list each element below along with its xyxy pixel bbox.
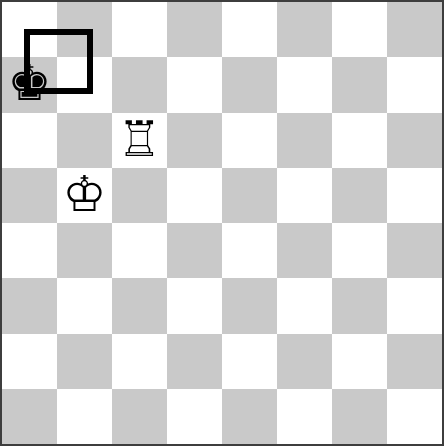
square-e8[interactable] (222, 2, 277, 57)
square-d3[interactable] (167, 278, 222, 333)
square-c1[interactable] (112, 389, 167, 444)
white-king[interactable]: ♔ (63, 170, 107, 219)
chess-board: ♚♖♔ (2, 2, 442, 444)
square-a4[interactable] (2, 223, 57, 278)
square-a6[interactable] (2, 113, 57, 168)
square-e2[interactable] (222, 334, 277, 389)
square-a5[interactable] (2, 168, 57, 223)
square-e1[interactable] (222, 389, 277, 444)
black-king[interactable]: ♚ (8, 59, 52, 108)
square-d4[interactable] (167, 223, 222, 278)
square-c4[interactable] (112, 223, 167, 278)
square-e3[interactable] (222, 278, 277, 333)
square-g7[interactable] (332, 57, 387, 112)
square-f6[interactable] (277, 113, 332, 168)
square-e7[interactable] (222, 57, 277, 112)
square-f2[interactable] (277, 334, 332, 389)
square-c7[interactable] (112, 57, 167, 112)
square-h8[interactable] (387, 2, 442, 57)
square-c8[interactable] (112, 2, 167, 57)
square-b7[interactable] (57, 57, 112, 112)
square-d5[interactable] (167, 168, 222, 223)
square-h7[interactable] (387, 57, 442, 112)
square-b4[interactable] (57, 223, 112, 278)
square-f1[interactable] (277, 389, 332, 444)
square-a7[interactable]: ♚ (2, 57, 57, 112)
square-c2[interactable] (112, 334, 167, 389)
square-f7[interactable] (277, 57, 332, 112)
square-g2[interactable] (332, 334, 387, 389)
square-d6[interactable] (167, 113, 222, 168)
square-g6[interactable] (332, 113, 387, 168)
square-f5[interactable] (277, 168, 332, 223)
chess-board-frame: ♚♖♔ (0, 0, 444, 446)
square-a1[interactable] (2, 389, 57, 444)
square-c5[interactable] (112, 168, 167, 223)
square-d8[interactable] (167, 2, 222, 57)
square-h6[interactable] (387, 113, 442, 168)
square-f8[interactable] (277, 2, 332, 57)
square-a8[interactable] (2, 2, 57, 57)
square-d2[interactable] (167, 334, 222, 389)
square-d1[interactable] (167, 389, 222, 444)
square-c6[interactable]: ♖ (112, 113, 167, 168)
square-a3[interactable] (2, 278, 57, 333)
square-d7[interactable] (167, 57, 222, 112)
square-c3[interactable] (112, 278, 167, 333)
square-h1[interactable] (387, 389, 442, 444)
square-f4[interactable] (277, 223, 332, 278)
square-b1[interactable] (57, 389, 112, 444)
square-g4[interactable] (332, 223, 387, 278)
square-b6[interactable] (57, 113, 112, 168)
square-b8[interactable] (57, 2, 112, 57)
square-g1[interactable] (332, 389, 387, 444)
square-g8[interactable] (332, 2, 387, 57)
square-e4[interactable] (222, 223, 277, 278)
square-g3[interactable] (332, 278, 387, 333)
square-e5[interactable] (222, 168, 277, 223)
square-b5[interactable]: ♔ (57, 168, 112, 223)
square-h5[interactable] (387, 168, 442, 223)
square-e6[interactable] (222, 113, 277, 168)
square-b2[interactable] (57, 334, 112, 389)
square-h3[interactable] (387, 278, 442, 333)
square-f3[interactable] (277, 278, 332, 333)
square-g5[interactable] (332, 168, 387, 223)
square-h2[interactable] (387, 334, 442, 389)
square-a2[interactable] (2, 334, 57, 389)
white-rook[interactable]: ♖ (118, 115, 162, 164)
square-b3[interactable] (57, 278, 112, 333)
square-h4[interactable] (387, 223, 442, 278)
